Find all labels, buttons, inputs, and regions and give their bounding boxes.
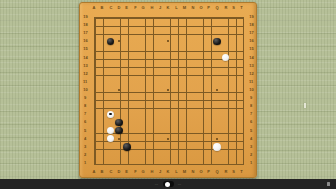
black-stone-D5 xyxy=(115,127,123,135)
coordinate-label: 14 xyxy=(246,54,256,62)
coordinate-label: B xyxy=(98,167,106,177)
coordinate-label: 4 xyxy=(246,135,256,143)
star-point-Q4 xyxy=(216,138,218,140)
star-point-D10 xyxy=(118,89,120,91)
coordinate-label: M xyxy=(180,167,188,177)
coordinate-label: O xyxy=(197,167,205,177)
coordinate-label: N xyxy=(189,3,197,13)
coordinate-label: 14 xyxy=(80,54,90,62)
coordinate-label: 2 xyxy=(80,151,90,159)
coordinate-label: 17 xyxy=(246,29,256,37)
coordinate-label: 6 xyxy=(246,118,256,126)
coordinate-label: L xyxy=(172,3,180,13)
side-toggle[interactable] xyxy=(163,181,174,188)
coordinate-label: 7 xyxy=(246,110,256,118)
coordinate-label: 5 xyxy=(80,126,90,134)
black-stone-D6 xyxy=(115,119,123,127)
coordinate-label: 13 xyxy=(246,62,256,70)
coordinate-label: S xyxy=(230,3,238,13)
coordinate-label: B xyxy=(98,3,106,13)
coordinate-label: F xyxy=(131,3,139,13)
coordinate-label: R xyxy=(221,3,229,13)
white-stone-Q3 xyxy=(213,143,221,151)
coordinate-label: J xyxy=(156,167,164,177)
coordinate-label: H xyxy=(147,3,155,13)
coordinate-label: 17 xyxy=(80,29,90,37)
coordinate-label: F xyxy=(131,167,139,177)
coordinate-label: 3 xyxy=(246,143,256,151)
coordinate-label: 3 xyxy=(80,143,90,151)
board-grid[interactable] xyxy=(90,13,246,167)
coordinate-label: 8 xyxy=(80,102,90,110)
coordinate-label: 12 xyxy=(80,70,90,78)
coordinate-label: 11 xyxy=(246,78,256,86)
toggle-left-label: ··· xyxy=(155,182,159,186)
coordinate-label: 1 xyxy=(80,159,90,167)
coordinate-label: 11 xyxy=(80,78,90,86)
coordinate-label: 4 xyxy=(80,135,90,143)
coordinate-label: 16 xyxy=(80,37,90,45)
coordinate-label: 18 xyxy=(80,21,90,29)
coordinate-label: 10 xyxy=(246,86,256,94)
coordinate-label: Q xyxy=(213,167,221,177)
app-window: ABCDEFGHJKLMNOPQRST ABCDEFGHJKLMNOPQRST … xyxy=(0,0,336,189)
last-move-marker xyxy=(109,113,111,115)
coordinate-label: 15 xyxy=(80,45,90,53)
toggle-right-label: ··· xyxy=(178,182,182,186)
coordinate-label: E xyxy=(123,167,131,177)
coordinate-label: 9 xyxy=(80,94,90,102)
coordinate-label: A xyxy=(90,3,98,13)
coordinate-label: G xyxy=(139,167,147,177)
coordinate-label: Q xyxy=(213,3,221,13)
coordinate-label: E xyxy=(123,3,131,13)
coordinate-label: G xyxy=(139,3,147,13)
coordinate-label: 13 xyxy=(80,62,90,70)
star-point-K10 xyxy=(167,89,169,91)
coordinate-label: P xyxy=(205,167,213,177)
star-point-K4 xyxy=(167,138,169,140)
star-point-D4 xyxy=(118,138,120,140)
go-board[interactable]: ABCDEFGHJKLMNOPQRST ABCDEFGHJKLMNOPQRST … xyxy=(79,2,257,178)
coordinate-label: T xyxy=(238,3,246,13)
coordinate-label: 2 xyxy=(246,151,256,159)
coordinate-label: 19 xyxy=(246,13,256,21)
coordinate-label: 15 xyxy=(246,45,256,53)
coordinate-label: C xyxy=(106,3,114,13)
coordinates-right: 19181716151413121110987654321 xyxy=(246,13,256,167)
coordinate-label: C xyxy=(106,167,114,177)
coordinate-label: 18 xyxy=(246,21,256,29)
fullscreen-icon[interactable] xyxy=(327,182,331,186)
mouse-cursor xyxy=(304,103,306,108)
coordinate-label: D xyxy=(115,3,123,13)
coordinate-label: 7 xyxy=(80,110,90,118)
coordinate-label: 5 xyxy=(246,126,256,134)
grid-lines xyxy=(94,17,244,165)
coordinate-label: D xyxy=(115,167,123,177)
coordinate-label: T xyxy=(238,167,246,177)
coordinate-label: M xyxy=(180,3,188,13)
bottom-bar: ··· ··· xyxy=(0,179,336,189)
coordinate-label: 10 xyxy=(80,86,90,94)
coordinate-label: J xyxy=(156,3,164,13)
coordinate-label: 6 xyxy=(80,118,90,126)
coordinate-label: H xyxy=(147,167,155,177)
coordinate-label: 1 xyxy=(246,159,256,167)
coordinate-label: R xyxy=(221,167,229,177)
coordinate-label: 16 xyxy=(246,37,256,45)
coordinate-label: 12 xyxy=(246,70,256,78)
coordinate-label: S xyxy=(230,167,238,177)
black-stone-E3 xyxy=(123,143,131,151)
toggle-knob-icon[interactable] xyxy=(165,182,170,187)
coordinate-label: K xyxy=(164,167,172,177)
coordinate-label: 9 xyxy=(246,94,256,102)
coordinate-label: 19 xyxy=(80,13,90,21)
black-stone-Q16 xyxy=(213,38,221,46)
coordinate-label: N xyxy=(189,167,197,177)
coordinates-bottom: ABCDEFGHJKLMNOPQRST xyxy=(90,167,246,177)
coordinate-label: 8 xyxy=(246,102,256,110)
coordinate-label: K xyxy=(164,3,172,13)
coordinates-left: 19181716151413121110987654321 xyxy=(80,13,90,167)
coordinates-top: ABCDEFGHJKLMNOPQRST xyxy=(90,3,246,13)
coordinate-label: A xyxy=(90,167,98,177)
coordinate-label: O xyxy=(197,3,205,13)
coordinate-label: L xyxy=(172,167,180,177)
coordinate-label: P xyxy=(205,3,213,13)
